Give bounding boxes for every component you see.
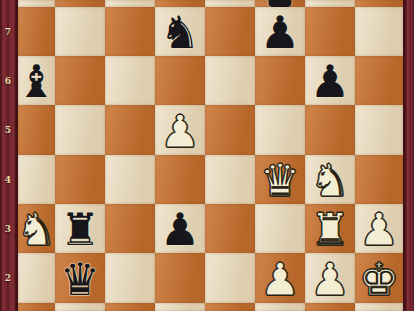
piece-white-pawn[interactable]: ♟	[310, 257, 350, 302]
square-b4[interactable]	[55, 155, 105, 204]
square-e5[interactable]	[205, 105, 255, 155]
square-c5[interactable]	[105, 105, 155, 155]
square-d3[interactable]: ♟	[155, 204, 205, 253]
square-b2[interactable]: ♛	[55, 253, 105, 303]
rank-label-6: 6	[0, 76, 16, 86]
square-f5[interactable]	[255, 105, 305, 155]
square-d7[interactable]: ♞	[155, 7, 205, 56]
square-f4[interactable]: ♛	[255, 155, 305, 204]
square-a5[interactable]	[18, 105, 55, 155]
piece-black-rook[interactable]: ♜	[60, 207, 100, 252]
piece-white-king[interactable]: ♚	[359, 257, 399, 302]
square-h5[interactable]	[355, 105, 403, 155]
rank-label-3: 3	[0, 224, 16, 234]
square-c7[interactable]	[105, 7, 155, 56]
piece-black-pawn[interactable]: ♟	[160, 207, 200, 252]
rank-label-2: 2	[0, 273, 16, 283]
square-d6[interactable]	[155, 56, 205, 105]
square-b3[interactable]: ♜	[55, 204, 105, 253]
square-h6[interactable]	[355, 56, 403, 105]
rank-label-4: 4	[0, 175, 16, 185]
square-b5[interactable]	[55, 105, 105, 155]
square-c8[interactable]	[105, 0, 155, 7]
square-f2[interactable]: ♟	[255, 253, 305, 303]
piece-black-knight[interactable]: ♞	[160, 10, 200, 55]
piece-white-pawn[interactable]: ♟	[359, 207, 399, 252]
square-g4[interactable]: ♞	[305, 155, 355, 204]
square-d5[interactable]: ♟	[155, 105, 205, 155]
square-e6[interactable]	[205, 56, 255, 105]
square-f7[interactable]: ♟	[255, 7, 305, 56]
piece-white-pawn[interactable]: ♟	[160, 109, 200, 154]
square-a7[interactable]	[18, 7, 55, 56]
square-c4[interactable]	[105, 155, 155, 204]
piece-white-pawn[interactable]: ♟	[260, 257, 300, 302]
square-g7[interactable]	[305, 7, 355, 56]
square-g2[interactable]: ♟	[305, 253, 355, 303]
rank-label-7: 7	[0, 27, 16, 37]
square-h1[interactable]	[355, 303, 403, 311]
square-h2[interactable]: ♚	[355, 253, 403, 303]
board-frame-right	[403, 0, 414, 311]
piece-black-bishop[interactable]: ♝	[18, 59, 57, 104]
square-g3[interactable]: ♜	[305, 204, 355, 253]
square-g1[interactable]	[305, 303, 355, 311]
square-c6[interactable]	[105, 56, 155, 105]
square-e8[interactable]	[205, 0, 255, 7]
square-b1[interactable]	[55, 303, 105, 311]
square-a3[interactable]: ♞	[18, 204, 55, 253]
square-e1[interactable]	[205, 303, 255, 311]
square-h8[interactable]	[355, 0, 403, 7]
square-e7[interactable]	[205, 7, 255, 56]
square-a1[interactable]	[18, 303, 55, 311]
square-b6[interactable]	[55, 56, 105, 105]
piece-black-pawn[interactable]: ♟	[260, 10, 300, 55]
square-c3[interactable]	[105, 204, 155, 253]
piece-white-knight[interactable]: ♞	[18, 207, 57, 252]
square-a2[interactable]	[18, 253, 55, 303]
square-b8[interactable]	[55, 0, 105, 7]
chess-diagram: ♞♟♝♟♟♛♞♞♜♟♜♟♛♟♟♚ 765432	[0, 0, 414, 311]
piece-black-pawn[interactable]: ♟	[310, 59, 350, 104]
square-h4[interactable]	[355, 155, 403, 204]
square-e4[interactable]	[205, 155, 255, 204]
piece-black-queen[interactable]: ♛	[60, 257, 100, 302]
square-d4[interactable]	[155, 155, 205, 204]
square-e3[interactable]	[205, 204, 255, 253]
square-f1[interactable]	[255, 303, 305, 311]
square-g5[interactable]	[305, 105, 355, 155]
square-a8[interactable]	[18, 0, 55, 7]
square-f3[interactable]	[255, 204, 305, 253]
square-d2[interactable]	[155, 253, 205, 303]
square-a6[interactable]: ♝	[18, 56, 55, 105]
piece-white-queen[interactable]: ♛	[260, 158, 300, 203]
square-h3[interactable]: ♟	[355, 204, 403, 253]
piece-white-knight[interactable]: ♞	[310, 158, 350, 203]
piece-white-rook[interactable]: ♜	[310, 207, 350, 252]
square-b7[interactable]	[55, 7, 105, 56]
rank-label-5: 5	[0, 125, 16, 135]
square-c1[interactable]	[105, 303, 155, 311]
square-a4[interactable]	[18, 155, 55, 204]
square-h7[interactable]	[355, 7, 403, 56]
chessboard: ♞♟♝♟♟♛♞♞♜♟♜♟♛♟♟♚	[18, 0, 403, 311]
square-e2[interactable]	[205, 253, 255, 303]
square-g6[interactable]: ♟	[305, 56, 355, 105]
board-frame-left: 765432	[0, 0, 18, 311]
square-c2[interactable]	[105, 253, 155, 303]
square-g8[interactable]	[305, 0, 355, 7]
square-d1[interactable]	[155, 303, 205, 311]
square-f6[interactable]	[255, 56, 305, 105]
